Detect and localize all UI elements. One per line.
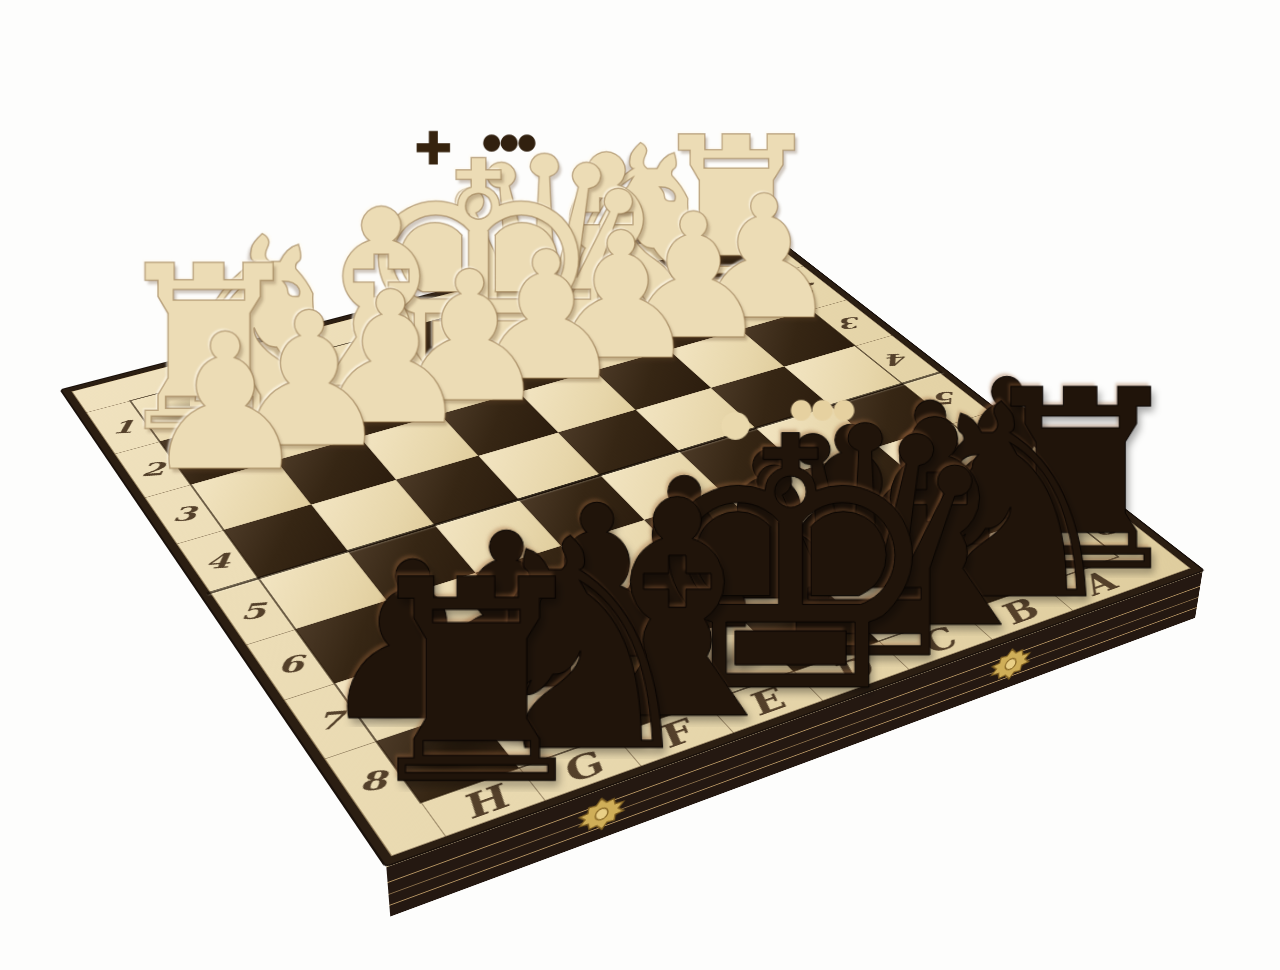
chess-set-photo-scene: 12345678 12345678 HGFEDCBA ♜♞♝♛●●●♚●♝♞♜♟… bbox=[0, 0, 1280, 970]
piece-black-rook-h8: ♜ bbox=[350, 544, 563, 768]
king-finial-accent: ● bbox=[719, 405, 751, 442]
black-rook-icon: ♜ bbox=[350, 544, 563, 823]
coordinate-label: 3 bbox=[837, 313, 864, 332]
